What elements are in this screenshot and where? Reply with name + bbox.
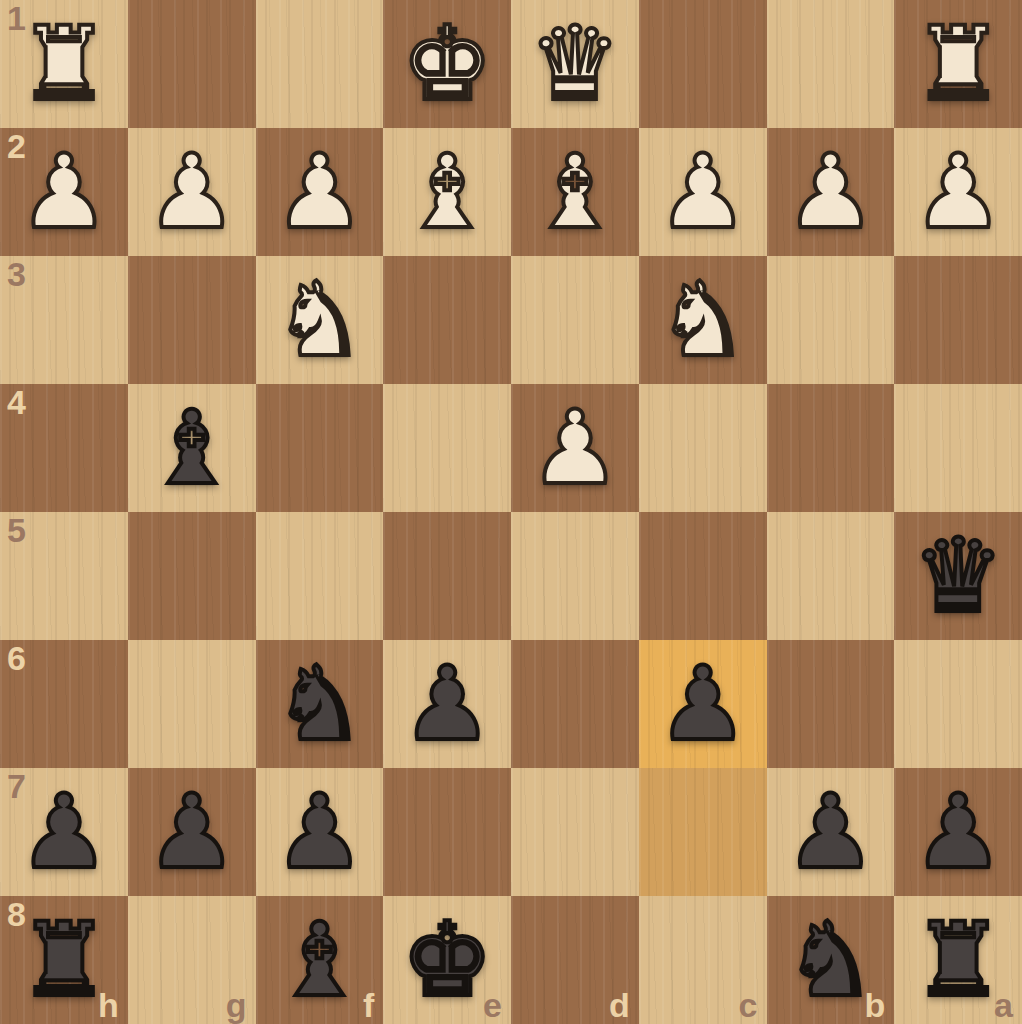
square-c2[interactable]: ♟ bbox=[639, 128, 767, 256]
square-a3[interactable] bbox=[894, 256, 1022, 384]
piece-white-pawn[interactable]: ♟ bbox=[785, 141, 876, 243]
piece-black-pawn[interactable]: ♟ bbox=[657, 653, 748, 755]
chess-board: 1♜♚♛♜2♟♟♟♝♝♟♟♟3♞♞4♝♟5♛6♞♟♟7♟♟♟♟♟8h♜gf♝e♚… bbox=[0, 0, 1022, 1024]
piece-white-knight[interactable]: ♞ bbox=[274, 269, 365, 371]
square-e7[interactable] bbox=[383, 768, 511, 896]
piece-black-pawn[interactable]: ♟ bbox=[18, 781, 109, 883]
piece-black-king[interactable]: ♚ bbox=[401, 909, 492, 1011]
piece-black-pawn[interactable]: ♟ bbox=[401, 653, 492, 755]
square-c6[interactable]: ♟ bbox=[639, 640, 767, 768]
piece-black-pawn[interactable]: ♟ bbox=[274, 781, 365, 883]
square-h1[interactable]: 1♜ bbox=[0, 0, 128, 128]
square-g8[interactable]: g bbox=[128, 896, 256, 1024]
square-g7[interactable]: ♟ bbox=[128, 768, 256, 896]
piece-black-bishop[interactable]: ♝ bbox=[146, 397, 237, 499]
square-f1[interactable] bbox=[256, 0, 384, 128]
square-b7[interactable]: ♟ bbox=[767, 768, 895, 896]
piece-white-rook[interactable]: ♜ bbox=[18, 13, 109, 115]
square-f6[interactable]: ♞ bbox=[256, 640, 384, 768]
square-h4[interactable]: 4 bbox=[0, 384, 128, 512]
square-b4[interactable] bbox=[767, 384, 895, 512]
square-e2[interactable]: ♝ bbox=[383, 128, 511, 256]
square-b2[interactable]: ♟ bbox=[767, 128, 895, 256]
piece-black-pawn[interactable]: ♟ bbox=[146, 781, 237, 883]
square-d3[interactable] bbox=[511, 256, 639, 384]
square-h8[interactable]: 8h♜ bbox=[0, 896, 128, 1024]
square-h2[interactable]: 2♟ bbox=[0, 128, 128, 256]
piece-white-pawn[interactable]: ♟ bbox=[18, 141, 109, 243]
square-d2[interactable]: ♝ bbox=[511, 128, 639, 256]
rank-label-5: 5 bbox=[7, 513, 26, 547]
square-h6[interactable]: 6 bbox=[0, 640, 128, 768]
piece-white-bishop[interactable]: ♝ bbox=[401, 141, 492, 243]
piece-white-pawn[interactable]: ♟ bbox=[529, 397, 620, 499]
square-f4[interactable] bbox=[256, 384, 384, 512]
square-a1[interactable]: ♜ bbox=[894, 0, 1022, 128]
square-d6[interactable] bbox=[511, 640, 639, 768]
square-a7[interactable]: ♟ bbox=[894, 768, 1022, 896]
file-label-c: c bbox=[739, 988, 758, 1022]
square-d7[interactable] bbox=[511, 768, 639, 896]
square-b6[interactable] bbox=[767, 640, 895, 768]
square-g2[interactable]: ♟ bbox=[128, 128, 256, 256]
piece-black-bishop[interactable]: ♝ bbox=[274, 909, 365, 1011]
square-f8[interactable]: f♝ bbox=[256, 896, 384, 1024]
square-e5[interactable] bbox=[383, 512, 511, 640]
square-d8[interactable]: d bbox=[511, 896, 639, 1024]
piece-black-pawn[interactable]: ♟ bbox=[912, 781, 1003, 883]
square-a4[interactable] bbox=[894, 384, 1022, 512]
square-g6[interactable] bbox=[128, 640, 256, 768]
piece-white-queen[interactable]: ♛ bbox=[529, 13, 620, 115]
square-b1[interactable] bbox=[767, 0, 895, 128]
piece-white-pawn[interactable]: ♟ bbox=[912, 141, 1003, 243]
file-label-d: d bbox=[609, 988, 630, 1022]
rank-label-3: 3 bbox=[7, 257, 26, 291]
square-b3[interactable] bbox=[767, 256, 895, 384]
square-c7[interactable] bbox=[639, 768, 767, 896]
square-g4[interactable]: ♝ bbox=[128, 384, 256, 512]
square-d4[interactable]: ♟ bbox=[511, 384, 639, 512]
piece-black-pawn[interactable]: ♟ bbox=[785, 781, 876, 883]
square-d5[interactable] bbox=[511, 512, 639, 640]
square-h5[interactable]: 5 bbox=[0, 512, 128, 640]
square-e6[interactable]: ♟ bbox=[383, 640, 511, 768]
rank-label-6: 6 bbox=[7, 641, 26, 675]
square-e1[interactable]: ♚ bbox=[383, 0, 511, 128]
square-c8[interactable]: c bbox=[639, 896, 767, 1024]
square-c5[interactable] bbox=[639, 512, 767, 640]
square-e8[interactable]: e♚ bbox=[383, 896, 511, 1024]
piece-black-knight[interactable]: ♞ bbox=[785, 909, 876, 1011]
square-g3[interactable] bbox=[128, 256, 256, 384]
rank-label-4: 4 bbox=[7, 385, 26, 419]
square-a8[interactable]: a♜ bbox=[894, 896, 1022, 1024]
square-a6[interactable] bbox=[894, 640, 1022, 768]
piece-black-knight[interactable]: ♞ bbox=[274, 653, 365, 755]
piece-black-rook[interactable]: ♜ bbox=[912, 909, 1003, 1011]
square-b8[interactable]: b♞ bbox=[767, 896, 895, 1024]
square-g1[interactable] bbox=[128, 0, 256, 128]
piece-black-rook[interactable]: ♜ bbox=[18, 909, 109, 1011]
square-f3[interactable]: ♞ bbox=[256, 256, 384, 384]
square-b5[interactable] bbox=[767, 512, 895, 640]
square-h7[interactable]: 7♟ bbox=[0, 768, 128, 896]
square-c3[interactable]: ♞ bbox=[639, 256, 767, 384]
piece-black-queen[interactable]: ♛ bbox=[912, 525, 1003, 627]
piece-white-knight[interactable]: ♞ bbox=[657, 269, 748, 371]
piece-white-rook[interactable]: ♜ bbox=[912, 13, 1003, 115]
square-c4[interactable] bbox=[639, 384, 767, 512]
square-h3[interactable]: 3 bbox=[0, 256, 128, 384]
square-d1[interactable]: ♛ bbox=[511, 0, 639, 128]
piece-white-king[interactable]: ♚ bbox=[401, 13, 492, 115]
square-c1[interactable] bbox=[639, 0, 767, 128]
square-f2[interactable]: ♟ bbox=[256, 128, 384, 256]
square-a5[interactable]: ♛ bbox=[894, 512, 1022, 640]
file-label-g: g bbox=[226, 988, 247, 1022]
piece-white-pawn[interactable]: ♟ bbox=[657, 141, 748, 243]
piece-white-bishop[interactable]: ♝ bbox=[529, 141, 620, 243]
square-e3[interactable] bbox=[383, 256, 511, 384]
square-a2[interactable]: ♟ bbox=[894, 128, 1022, 256]
square-g5[interactable] bbox=[128, 512, 256, 640]
square-f7[interactable]: ♟ bbox=[256, 768, 384, 896]
square-f5[interactable] bbox=[256, 512, 384, 640]
piece-white-pawn[interactable]: ♟ bbox=[274, 141, 365, 243]
square-e4[interactable] bbox=[383, 384, 511, 512]
piece-white-pawn[interactable]: ♟ bbox=[146, 141, 237, 243]
